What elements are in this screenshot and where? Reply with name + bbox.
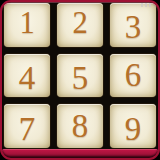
- tile-5[interactable]: 5: [57, 54, 103, 98]
- tile-digit: 3: [125, 11, 142, 44]
- tile-digit: 2: [72, 8, 87, 39]
- tile-1[interactable]: 1: [4, 3, 50, 47]
- tile-3[interactable]: 3: [110, 3, 156, 47]
- tile-digit: 6: [125, 59, 142, 92]
- tile-2[interactable]: 2: [57, 3, 103, 47]
- tile-digit: 8: [72, 110, 89, 143]
- board-frame-bottom: [2, 149, 158, 158]
- tile-8[interactable]: 8: [57, 104, 103, 148]
- tile-digit: 4: [19, 62, 36, 95]
- tile-7[interactable]: 7: [4, 104, 50, 148]
- tile-digit: 9: [125, 113, 142, 146]
- tile-digit: 1: [19, 8, 34, 39]
- tile-digit: 5: [72, 62, 89, 95]
- tile-4[interactable]: 4: [4, 54, 50, 98]
- puzzle-board: 1 2 3 4 5 6 7 8 9: [0, 0, 160, 160]
- corner-watermark: [141, 3, 153, 7]
- tile-6[interactable]: 6: [110, 54, 156, 98]
- tile-grid: 1 2 3 4 5 6 7 8 9: [2, 2, 158, 149]
- tile-9[interactable]: 9: [110, 104, 156, 148]
- tile-digit: 7: [19, 113, 36, 146]
